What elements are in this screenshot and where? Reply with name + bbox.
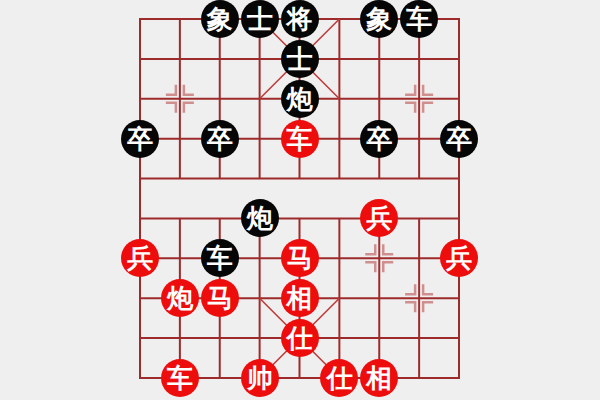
piece-red-soldier[interactable]: 兵 <box>121 239 159 277</box>
piece-red-soldier[interactable]: 兵 <box>440 239 478 277</box>
piece-red-elephant[interactable]: 相 <box>360 359 398 397</box>
piece-black-soldier[interactable]: 卒 <box>440 120 478 158</box>
xiangqi-board[interactable]: 象士将象车士炮卒卒车卒卒炮兵兵车马兵炮马相仕车帅仕相 <box>0 0 600 400</box>
piece-red-soldier[interactable]: 兵 <box>360 199 398 237</box>
piece-black-soldier[interactable]: 卒 <box>201 120 239 158</box>
piece-red-advisor[interactable]: 仕 <box>281 319 319 357</box>
piece-red-advisor[interactable]: 仕 <box>320 359 358 397</box>
piece-black-elephant[interactable]: 象 <box>360 0 398 38</box>
piece-black-cannon[interactable]: 炮 <box>281 80 319 118</box>
piece-black-advisor[interactable]: 士 <box>281 40 319 78</box>
piece-red-horse[interactable]: 马 <box>281 239 319 277</box>
piece-red-chariot[interactable]: 车 <box>161 359 199 397</box>
xiangqi-app-screen: 象士将象车士炮卒卒车卒卒炮兵兵车马兵炮马相仕车帅仕相 <box>0 0 600 400</box>
piece-black-elephant[interactable]: 象 <box>201 0 239 38</box>
piece-black-soldier[interactable]: 卒 <box>121 120 159 158</box>
piece-black-soldier[interactable]: 卒 <box>360 120 398 158</box>
piece-red-horse[interactable]: 马 <box>201 279 239 317</box>
piece-black-general[interactable]: 将 <box>281 0 319 38</box>
piece-red-elephant[interactable]: 相 <box>281 279 319 317</box>
piece-red-cannon[interactable]: 炮 <box>161 279 199 317</box>
piece-black-cannon[interactable]: 炮 <box>241 199 279 237</box>
piece-red-general[interactable]: 帅 <box>241 359 279 397</box>
piece-black-chariot[interactable]: 车 <box>201 239 239 277</box>
piece-red-chariot[interactable]: 车 <box>281 120 319 158</box>
piece-black-advisor[interactable]: 士 <box>241 0 279 38</box>
piece-black-chariot[interactable]: 车 <box>400 0 438 38</box>
